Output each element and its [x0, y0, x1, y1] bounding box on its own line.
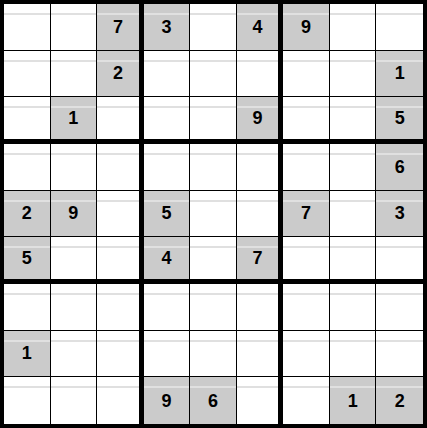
cell-r8c7-empty[interactable]	[283, 331, 330, 378]
cell-r2c9-given: 1	[376, 51, 423, 98]
cell-r8c4-empty[interactable]	[144, 331, 191, 378]
cell-r2c8-empty[interactable]	[330, 51, 377, 98]
cell-r8c6-empty[interactable]	[237, 331, 284, 378]
cell-r3c8-empty[interactable]	[330, 97, 377, 144]
cell-r7c4-empty[interactable]	[144, 284, 191, 331]
cell-r4c5-empty[interactable]	[190, 144, 237, 191]
cell-r2c5-empty[interactable]	[190, 51, 237, 98]
cell-r6c4-given: 4	[144, 237, 191, 284]
cell-r4c9-given: 6	[376, 144, 423, 191]
cell-r4c4-empty[interactable]	[144, 144, 191, 191]
cell-r7c3-empty[interactable]	[97, 284, 144, 331]
cell-r5c3-empty[interactable]	[97, 191, 144, 238]
cell-r5c6-empty[interactable]	[237, 191, 284, 238]
cell-r6c3-empty[interactable]	[97, 237, 144, 284]
cell-r9c8-given: 1	[330, 377, 377, 424]
cell-r8c5-empty[interactable]	[190, 331, 237, 378]
cell-r1c9-empty[interactable]	[376, 4, 423, 51]
cell-r3c5-empty[interactable]	[190, 97, 237, 144]
cell-r3c2-given: 1	[51, 97, 98, 144]
cell-r8c9-empty[interactable]	[376, 331, 423, 378]
cell-r1c1-empty[interactable]	[4, 4, 51, 51]
cell-r4c7-empty[interactable]	[283, 144, 330, 191]
cell-r1c2-empty[interactable]	[51, 4, 98, 51]
cell-r2c1-empty[interactable]	[4, 51, 51, 98]
sudoku-board: 73492119562957354719612	[0, 0, 427, 428]
cell-r6c2-empty[interactable]	[51, 237, 98, 284]
cell-r7c1-empty[interactable]	[4, 284, 51, 331]
cell-r3c3-empty[interactable]	[97, 97, 144, 144]
cell-r9c7-empty[interactable]	[283, 377, 330, 424]
cell-r6c7-empty[interactable]	[283, 237, 330, 284]
cell-r3c4-empty[interactable]	[144, 97, 191, 144]
cell-r9c9-given: 2	[376, 377, 423, 424]
cell-r6c8-empty[interactable]	[330, 237, 377, 284]
cell-r1c7-given: 9	[283, 4, 330, 51]
cell-r3c7-empty[interactable]	[283, 97, 330, 144]
sudoku-puzzle: 73492119562957354719612	[0, 0, 427, 428]
cell-r1c3-given: 7	[97, 4, 144, 51]
cell-r5c8-empty[interactable]	[330, 191, 377, 238]
cell-r1c4-given: 3	[144, 4, 191, 51]
cell-r7c6-empty[interactable]	[237, 284, 284, 331]
cell-r2c4-empty[interactable]	[144, 51, 191, 98]
cell-r7c7-empty[interactable]	[283, 284, 330, 331]
cell-r1c6-given: 4	[237, 4, 284, 51]
cell-r1c5-empty[interactable]	[190, 4, 237, 51]
cell-r5c2-given: 9	[51, 191, 98, 238]
cell-r4c6-empty[interactable]	[237, 144, 284, 191]
cell-r9c2-empty[interactable]	[51, 377, 98, 424]
cell-r3c9-given: 5	[376, 97, 423, 144]
cell-r5c5-empty[interactable]	[190, 191, 237, 238]
cell-r4c8-empty[interactable]	[330, 144, 377, 191]
cell-r2c7-empty[interactable]	[283, 51, 330, 98]
cell-r8c3-empty[interactable]	[97, 331, 144, 378]
cell-r8c8-empty[interactable]	[330, 331, 377, 378]
cell-r3c1-empty[interactable]	[4, 97, 51, 144]
cell-r2c6-empty[interactable]	[237, 51, 284, 98]
cell-r9c3-empty[interactable]	[97, 377, 144, 424]
cell-r8c2-empty[interactable]	[51, 331, 98, 378]
cell-r1c8-empty[interactable]	[330, 4, 377, 51]
cell-r7c2-empty[interactable]	[51, 284, 98, 331]
cell-r4c1-empty[interactable]	[4, 144, 51, 191]
cell-r5c4-given: 5	[144, 191, 191, 238]
cell-r2c2-empty[interactable]	[51, 51, 98, 98]
cell-r6c6-given: 7	[237, 237, 284, 284]
cell-r7c8-empty[interactable]	[330, 284, 377, 331]
cell-r5c1-given: 2	[4, 191, 51, 238]
cell-r6c9-empty[interactable]	[376, 237, 423, 284]
cell-r7c9-empty[interactable]	[376, 284, 423, 331]
cell-r5c7-given: 7	[283, 191, 330, 238]
cell-r3c6-given: 9	[237, 97, 284, 144]
cell-r4c2-empty[interactable]	[51, 144, 98, 191]
cell-r8c1-given: 1	[4, 331, 51, 378]
cell-r9c5-given: 6	[190, 377, 237, 424]
cell-r9c1-empty[interactable]	[4, 377, 51, 424]
cell-r6c5-empty[interactable]	[190, 237, 237, 284]
cell-r7c5-empty[interactable]	[190, 284, 237, 331]
cell-r6c1-given: 5	[4, 237, 51, 284]
cell-r4c3-empty[interactable]	[97, 144, 144, 191]
cell-r2c3-given: 2	[97, 51, 144, 98]
cell-r9c4-given: 9	[144, 377, 191, 424]
cell-r9c6-empty[interactable]	[237, 377, 284, 424]
cell-r5c9-given: 3	[376, 191, 423, 238]
